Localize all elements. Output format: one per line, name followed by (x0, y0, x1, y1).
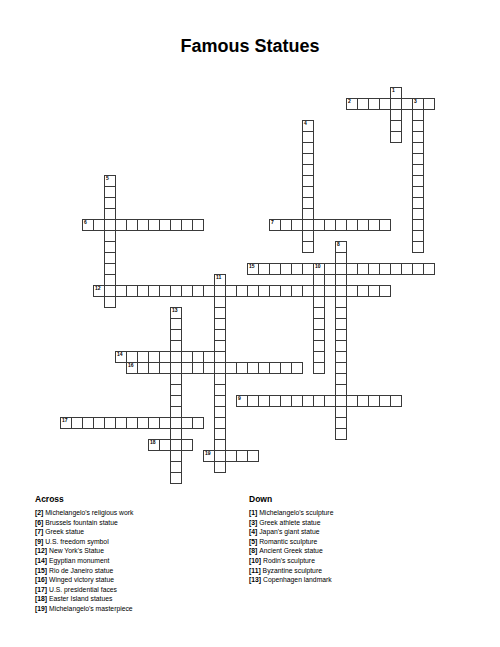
clue-item: [13] Copenhagen landmark (249, 575, 464, 585)
clue-item: [11] Byzantine sculpture (249, 566, 464, 576)
across-clues: Across [2] Michelangelo's religious work… (35, 494, 240, 614)
grid-cell[interactable] (159, 439, 171, 451)
clue-item: [2] Michelangelo's religious work (35, 508, 240, 518)
down-clues: Down [1] Michelangelo's sculpture[3] Gre… (249, 494, 464, 585)
grid-cell[interactable] (302, 285, 314, 297)
grid-cell[interactable] (247, 450, 259, 462)
clue-number: 13 (172, 308, 178, 313)
down-header: Down (249, 494, 464, 504)
clue-number: 7 (271, 220, 274, 225)
clue-number: 4 (304, 121, 307, 126)
grid-cell[interactable] (159, 417, 171, 429)
clue-number: 8 (337, 242, 340, 247)
grid-cell[interactable] (203, 362, 215, 374)
clue-number: 16 (128, 363, 134, 368)
grid-cell[interactable] (291, 362, 303, 374)
clue-item: [1] Michelangelo's sculpture (249, 508, 464, 518)
grid-cell[interactable] (203, 285, 215, 297)
grid-cell[interactable] (423, 263, 435, 275)
grid-cell[interactable] (335, 428, 347, 440)
grid-cell[interactable] (379, 219, 391, 231)
clue-number: 19 (205, 451, 211, 456)
grid-cell[interactable] (93, 219, 105, 231)
across-header: Across (35, 494, 240, 504)
clue-item: [5] Romantic sculpture (249, 537, 464, 547)
clue-number: 1 (392, 88, 395, 93)
clue-item: [19] Michelangelo's masterpiece (35, 604, 240, 614)
grid-cell[interactable] (324, 263, 336, 275)
grid-cell[interactable] (324, 285, 336, 297)
across-clue-list: [2] Michelangelo's religious work[6] Bru… (35, 508, 240, 614)
clue-number: 3 (414, 99, 417, 104)
clue-item: [18] Easter Island statues (35, 594, 240, 604)
clue-number: 12 (95, 286, 101, 291)
grid-cell[interactable] (159, 362, 171, 374)
clue-number: 18 (150, 440, 156, 445)
clue-number: 14 (117, 352, 123, 357)
grid-cell[interactable] (291, 219, 303, 231)
grid-cell[interactable] (170, 472, 182, 484)
clue-item: [6] Brussels fountain statue (35, 518, 240, 528)
clue-number: 11 (216, 275, 221, 280)
grid-cell[interactable] (214, 461, 226, 473)
grid-cell[interactable] (390, 395, 402, 407)
clue-number: 15 (249, 264, 255, 269)
grid-cell[interactable]: 19 (203, 450, 215, 462)
grid-cell[interactable] (302, 241, 314, 253)
clue-number: 9 (238, 396, 241, 401)
grid-cell[interactable] (324, 395, 336, 407)
clue-item: [10] Rodin's sculpture (249, 556, 464, 566)
clue-number: 10 (315, 264, 321, 269)
clue-number: 17 (62, 418, 68, 423)
clue-item: [7] Greek statue (35, 527, 240, 537)
grid-cell[interactable] (379, 285, 391, 297)
crossword-board: 12345678910111213141516171819 (0, 0, 500, 500)
grid-cell[interactable] (379, 98, 391, 110)
clue-item: [4] Japan's giant statue (249, 527, 464, 537)
clue-item: [8] Ancient Greek statue (249, 546, 464, 556)
grid-cell[interactable] (104, 296, 116, 308)
clue-number: 6 (84, 220, 87, 225)
grid-cell[interactable] (192, 219, 204, 231)
grid-cell[interactable] (313, 362, 325, 374)
crossword-page: Famous Statues 1234567891011121314151617… (0, 0, 500, 647)
clue-item: [3] Greek athlete statue (249, 518, 464, 528)
grid-cell[interactable] (302, 263, 314, 275)
down-clue-list: [1] Michelangelo's sculpture[3] Greek at… (249, 508, 464, 585)
clue-item: [15] Rio de Janeiro statue (35, 566, 240, 576)
clue-number: 2 (348, 99, 351, 104)
clue-item: [17] U.S. presidential faces (35, 585, 240, 595)
grid-cell[interactable] (192, 417, 204, 429)
clue-number: 5 (106, 176, 109, 181)
grid-cell[interactable] (390, 131, 402, 143)
clue-item: [16] Winged victory statue (35, 575, 240, 585)
clue-item: [12] New York's Statue (35, 546, 240, 556)
grid-cell[interactable] (181, 439, 193, 451)
grid-cell[interactable] (412, 241, 424, 253)
grid-cell[interactable]: 12 (93, 285, 105, 297)
grid-cell[interactable] (423, 98, 435, 110)
clue-item: [9] U.S. freedom symbol (35, 537, 240, 547)
clue-item: [14] Egyptian monument (35, 556, 240, 566)
